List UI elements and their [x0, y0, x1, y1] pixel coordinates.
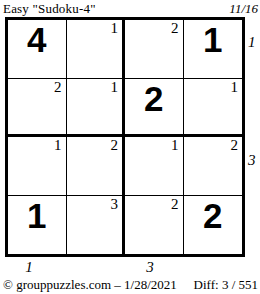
cell-r3c1: 1	[8, 137, 67, 196]
cell-r3c3: 1	[125, 137, 184, 196]
cell-r4c2: 3	[67, 196, 126, 255]
cell-r1c3: 2	[125, 20, 184, 79]
pencil-mark: 1	[111, 79, 119, 95]
cell-r2c2: 1	[67, 79, 126, 138]
given-digit: 1	[8, 196, 66, 236]
cell-r4c4: 2	[184, 196, 243, 255]
cell-r2c3: 2	[125, 79, 184, 138]
difficulty-text: Diff: 3 / 551	[194, 277, 258, 293]
pencil-mark: 1	[54, 137, 62, 153]
sudoku-board: 4 1 2 1 2 1 2 1 1 2 1 2 1 3 2 2	[5, 17, 245, 257]
cell-r1c1: 4	[8, 20, 67, 79]
given-digit: 2	[184, 196, 243, 236]
cell-r3c2: 2	[67, 137, 126, 196]
pencil-mark: 2	[171, 196, 179, 212]
row-label-1: 1	[248, 34, 260, 50]
given-digit: 2	[125, 79, 183, 119]
given-digit: 1	[184, 20, 243, 60]
pencil-mark: 1	[171, 137, 179, 153]
cell-r4c3: 2	[125, 196, 184, 255]
pencil-mark: 1	[231, 79, 239, 95]
pencil-mark: 2	[54, 79, 62, 95]
col-label-1: 1	[0, 259, 58, 275]
cell-r1c4: 1	[184, 20, 243, 79]
cell-r1c2: 1	[67, 20, 126, 79]
pencil-mark: 3	[111, 196, 119, 212]
cell-r2c4: 1	[184, 79, 243, 138]
cell-r3c4: 2	[184, 137, 243, 196]
col-label-3: 3	[121, 259, 179, 275]
given-digit: 4	[8, 20, 66, 60]
copyright-text: © grouppuzzles.com – 1/28/2021	[3, 277, 177, 293]
pencil-mark: 2	[231, 137, 239, 153]
pencil-mark: 1	[111, 20, 119, 36]
puzzle-title: Easy "Sudoku-4"	[3, 1, 96, 17]
row-label-3: 3	[248, 152, 260, 168]
cell-r4c1: 1	[8, 196, 67, 255]
cell-r2c1: 2	[8, 79, 67, 138]
page-number: 11/16	[229, 1, 258, 17]
pencil-mark: 2	[111, 137, 119, 153]
pencil-mark: 2	[171, 20, 179, 36]
